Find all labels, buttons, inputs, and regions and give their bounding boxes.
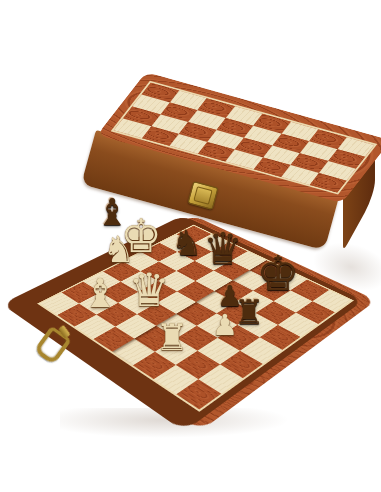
brass-hook-icon	[33, 326, 71, 366]
piece-brown-queen[interactable]: ♛	[203, 227, 242, 271]
piece-brown-rook[interactable]: ♜	[234, 295, 264, 329]
piece-white-bishop[interactable]: ♝	[82, 273, 118, 313]
piece-brown-knight[interactable]: ♞	[171, 226, 202, 261]
piece-white-rook[interactable]: ♜	[155, 319, 188, 356]
piece-white-queen[interactable]: ♛	[128, 267, 169, 313]
chess-set-photo: ♝♚♞♞♛♚♝♛♟♜♟♜	[0, 0, 381, 492]
piece-brown-king[interactable]: ♚	[256, 249, 299, 297]
piece-white-pawn[interactable]: ♟	[212, 311, 238, 340]
